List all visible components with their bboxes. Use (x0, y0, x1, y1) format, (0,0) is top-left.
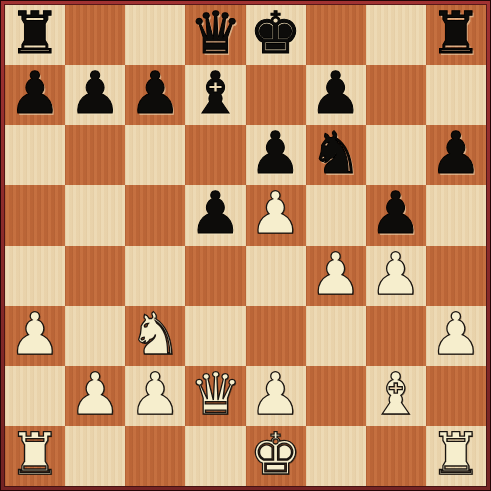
piece-white-queen[interactable]: ♛ (189, 366, 241, 423)
piece-white-pawn[interactable]: ♟ (310, 246, 362, 303)
piece-black-pawn[interactable]: ♟ (9, 65, 61, 122)
square-f5[interactable] (306, 185, 366, 245)
piece-white-pawn[interactable]: ♟ (250, 366, 302, 423)
square-c8[interactable] (125, 5, 185, 65)
piece-black-rook[interactable]: ♜ (430, 5, 482, 62)
square-c6[interactable] (125, 125, 185, 185)
square-a6[interactable] (5, 125, 65, 185)
piece-black-king[interactable]: ♚ (250, 5, 302, 62)
square-e7[interactable] (246, 65, 306, 125)
square-e5[interactable]: ♟ (246, 185, 306, 245)
square-g4[interactable]: ♟ (366, 246, 426, 306)
piece-white-pawn[interactable]: ♟ (9, 306, 61, 363)
piece-black-queen[interactable]: ♛ (189, 5, 241, 62)
square-g5[interactable]: ♟ (366, 185, 426, 245)
square-g1[interactable] (366, 426, 426, 486)
square-b2[interactable]: ♟ (65, 366, 125, 426)
square-h5[interactable] (426, 185, 486, 245)
square-d8[interactable]: ♛ (185, 5, 245, 65)
square-h7[interactable] (426, 65, 486, 125)
square-f1[interactable] (306, 426, 366, 486)
square-h8[interactable]: ♜ (426, 5, 486, 65)
piece-white-pawn[interactable]: ♟ (430, 306, 482, 363)
piece-black-pawn[interactable]: ♟ (189, 185, 241, 242)
square-g6[interactable] (366, 125, 426, 185)
square-b1[interactable] (65, 426, 125, 486)
square-a2[interactable] (5, 366, 65, 426)
square-d5[interactable]: ♟ (185, 185, 245, 245)
square-g7[interactable] (366, 65, 426, 125)
square-f7[interactable]: ♟ (306, 65, 366, 125)
square-a4[interactable] (5, 246, 65, 306)
square-g2[interactable]: ♝ (366, 366, 426, 426)
piece-white-knight[interactable]: ♞ (129, 306, 181, 363)
piece-white-king[interactable]: ♚ (250, 426, 302, 483)
square-e8[interactable]: ♚ (246, 5, 306, 65)
piece-black-pawn[interactable]: ♟ (370, 185, 422, 242)
square-e3[interactable] (246, 306, 306, 366)
square-h3[interactable]: ♟ (426, 306, 486, 366)
square-d2[interactable]: ♛ (185, 366, 245, 426)
piece-black-knight[interactable]: ♞ (310, 125, 362, 182)
square-f4[interactable]: ♟ (306, 246, 366, 306)
square-a8[interactable]: ♜ (5, 5, 65, 65)
square-f6[interactable]: ♞ (306, 125, 366, 185)
square-h2[interactable] (426, 366, 486, 426)
piece-white-pawn[interactable]: ♟ (250, 185, 302, 242)
square-f3[interactable] (306, 306, 366, 366)
square-d6[interactable] (185, 125, 245, 185)
square-e4[interactable] (246, 246, 306, 306)
piece-black-bishop[interactable]: ♝ (189, 65, 241, 122)
piece-black-pawn[interactable]: ♟ (310, 65, 362, 122)
square-b3[interactable] (65, 306, 125, 366)
square-f2[interactable] (306, 366, 366, 426)
square-b5[interactable] (65, 185, 125, 245)
square-a3[interactable]: ♟ (5, 306, 65, 366)
square-g8[interactable] (366, 5, 426, 65)
square-d7[interactable]: ♝ (185, 65, 245, 125)
square-c1[interactable] (125, 426, 185, 486)
square-c2[interactable]: ♟ (125, 366, 185, 426)
square-c3[interactable]: ♞ (125, 306, 185, 366)
square-d3[interactable] (185, 306, 245, 366)
square-c5[interactable] (125, 185, 185, 245)
piece-black-pawn[interactable]: ♟ (129, 65, 181, 122)
square-h6[interactable]: ♟ (426, 125, 486, 185)
piece-black-pawn[interactable]: ♟ (430, 125, 482, 182)
square-a5[interactable] (5, 185, 65, 245)
square-h1[interactable]: ♜ (426, 426, 486, 486)
square-b4[interactable] (65, 246, 125, 306)
piece-white-pawn[interactable]: ♟ (129, 366, 181, 423)
square-d1[interactable] (185, 426, 245, 486)
piece-white-rook[interactable]: ♜ (430, 426, 482, 483)
square-e2[interactable]: ♟ (246, 366, 306, 426)
square-c7[interactable]: ♟ (125, 65, 185, 125)
square-e1[interactable]: ♚ (246, 426, 306, 486)
square-f8[interactable] (306, 5, 366, 65)
square-b7[interactable]: ♟ (65, 65, 125, 125)
piece-black-pawn[interactable]: ♟ (250, 125, 302, 182)
piece-white-pawn[interactable]: ♟ (370, 246, 422, 303)
piece-white-pawn[interactable]: ♟ (69, 366, 121, 423)
square-h4[interactable] (426, 246, 486, 306)
square-b6[interactable] (65, 125, 125, 185)
square-a7[interactable]: ♟ (5, 65, 65, 125)
square-d4[interactable] (185, 246, 245, 306)
piece-white-bishop[interactable]: ♝ (370, 366, 422, 423)
piece-black-pawn[interactable]: ♟ (69, 65, 121, 122)
board-frame: ♜♛♚♜♟♟♟♝♟♟♞♟♟♟♟♟♟♟♞♟♟♟♛♟♝♜♚♜ (0, 0, 491, 491)
square-g3[interactable] (366, 306, 426, 366)
square-a1[interactable]: ♜ (5, 426, 65, 486)
square-e6[interactable]: ♟ (246, 125, 306, 185)
square-b8[interactable] (65, 5, 125, 65)
square-c4[interactable] (125, 246, 185, 306)
chess-board: ♜♛♚♜♟♟♟♝♟♟♞♟♟♟♟♟♟♟♞♟♟♟♛♟♝♜♚♜ (5, 5, 486, 486)
piece-black-rook[interactable]: ♜ (9, 5, 61, 62)
piece-white-rook[interactable]: ♜ (9, 426, 61, 483)
